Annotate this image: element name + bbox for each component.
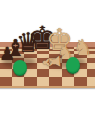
board-square <box>0 69 12 77</box>
board-square <box>12 77 25 86</box>
felt-base-dark-piece <box>13 60 27 76</box>
board-square <box>0 77 12 86</box>
chess-set-product-photo: ♟♝♛♚♚♞♞♝ <box>0 0 95 126</box>
white-bishop-lying: ♝ <box>40 51 65 74</box>
board-square <box>37 77 50 86</box>
board-square <box>24 77 37 86</box>
white-knight-2: ♞ <box>73 37 93 59</box>
felt-base-light-piece <box>66 57 80 74</box>
board-square <box>87 69 96 77</box>
board-square <box>74 77 87 86</box>
board-square <box>62 77 75 86</box>
board-square <box>87 77 96 86</box>
board-square <box>49 77 62 86</box>
